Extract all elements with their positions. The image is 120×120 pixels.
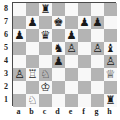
square-b8[interactable] — [26, 3, 39, 16]
square-f3[interactable] — [78, 68, 91, 81]
square-e4[interactable] — [65, 55, 78, 68]
file-label-g: g — [90, 106, 103, 118]
square-e5[interactable]: ♙ — [65, 42, 78, 55]
file-label-d: d — [51, 106, 64, 118]
square-d8[interactable] — [52, 3, 65, 16]
square-a7[interactable] — [13, 16, 26, 29]
black-pawn-f7: ♟ — [79, 16, 89, 29]
square-a8[interactable] — [13, 3, 26, 16]
file-label-b: b — [25, 106, 38, 118]
square-a5[interactable] — [13, 42, 26, 55]
square-f4[interactable] — [78, 55, 91, 68]
square-f5[interactable] — [78, 42, 91, 55]
black-pawn-d4: ♟ — [53, 55, 63, 68]
black-queen-c6: ♛ — [40, 29, 50, 42]
rank-label-1: 1 — [0, 93, 12, 106]
square-a6[interactable]: ♟ — [13, 29, 26, 42]
square-g4[interactable] — [91, 55, 104, 68]
square-a3[interactable]: ♙ — [13, 68, 26, 81]
file-label-a: a — [12, 106, 25, 118]
black-pawn-g7: ♟ — [92, 16, 102, 29]
square-g2[interactable] — [91, 81, 104, 94]
black-knight-d5: ♞ — [53, 42, 63, 55]
rank-label-6: 6 — [0, 28, 12, 41]
rank-label-5: 5 — [0, 41, 12, 54]
black-rook-c8: ♜ — [40, 3, 50, 16]
square-e8[interactable] — [65, 3, 78, 16]
black-bishop-h5: ♝ — [105, 42, 115, 55]
square-d5[interactable]: ♞ — [52, 42, 65, 55]
square-d2[interactable] — [52, 81, 65, 94]
square-h4[interactable]: ♙ — [104, 55, 117, 68]
rank-label-2: 2 — [0, 80, 12, 93]
square-b5[interactable] — [26, 42, 39, 55]
white-queen-h3: ♕ — [105, 68, 115, 81]
square-c8[interactable]: ♜ — [39, 3, 52, 16]
square-b3[interactable]: ♖ — [26, 68, 39, 81]
square-g6[interactable] — [91, 29, 104, 42]
square-b6[interactable] — [26, 29, 39, 42]
white-king-c2: ♔ — [40, 81, 50, 94]
white-pawn-a3: ♙ — [14, 68, 24, 81]
square-h5[interactable]: ♝ — [104, 42, 117, 55]
square-d7[interactable]: ♚ — [52, 16, 65, 29]
square-f8[interactable] — [78, 3, 91, 16]
square-c7[interactable] — [39, 16, 52, 29]
square-a4[interactable] — [13, 55, 26, 68]
square-h2[interactable] — [104, 81, 117, 94]
white-pawn-g5: ♙ — [92, 42, 102, 55]
square-f6[interactable] — [78, 29, 91, 42]
square-d6[interactable] — [52, 29, 65, 42]
square-c4[interactable] — [39, 55, 52, 68]
square-c5[interactable] — [39, 42, 52, 55]
square-h8[interactable] — [104, 3, 117, 16]
file-label-c: c — [38, 106, 51, 118]
square-h6[interactable] — [104, 29, 117, 42]
square-h7[interactable] — [104, 16, 117, 29]
rank-label-4: 4 — [0, 54, 12, 67]
square-b4[interactable] — [26, 55, 39, 68]
square-f2[interactable] — [78, 81, 91, 94]
rank-label-3: 3 — [0, 67, 12, 80]
square-c3[interactable]: ♘ — [39, 68, 52, 81]
chess-board: ♜♟♚♟♟♟♛♟♞♙♙♝♟♙♙♖♘♕♔♘♜ — [12, 2, 116, 106]
file-label-h: h — [103, 106, 116, 118]
black-king-d7: ♚ — [53, 16, 63, 29]
square-g8[interactable] — [91, 3, 104, 16]
square-c2[interactable]: ♔ — [39, 81, 52, 94]
square-e3[interactable] — [65, 68, 78, 81]
square-f7[interactable]: ♟ — [78, 16, 91, 29]
square-e7[interactable] — [65, 16, 78, 29]
file-label-e: e — [64, 106, 77, 118]
square-d4[interactable]: ♟ — [52, 55, 65, 68]
rank-labels: 87654321 — [0, 2, 12, 106]
square-h3[interactable]: ♕ — [104, 68, 117, 81]
white-rook-b3: ♖ — [27, 68, 37, 81]
square-e2[interactable] — [65, 81, 78, 94]
rank-label-8: 8 — [0, 2, 12, 15]
black-pawn-a6: ♟ — [14, 29, 24, 42]
square-g7[interactable]: ♟ — [91, 16, 104, 29]
white-pawn-e5: ♙ — [66, 42, 76, 55]
file-label-f: f — [77, 106, 90, 118]
square-a2[interactable] — [13, 81, 26, 94]
rank-label-7: 7 — [0, 15, 12, 28]
square-d3[interactable] — [52, 68, 65, 81]
square-e6[interactable]: ♟ — [65, 29, 78, 42]
white-pawn-h4: ♙ — [105, 55, 115, 68]
chess-diagram: 87654321 ♜♟♚♟♟♟♛♟♞♙♙♝♟♙♙♖♘♕♔♘♜ abcdefgh — [0, 0, 120, 120]
white-knight-c3: ♘ — [40, 68, 50, 81]
square-b7[interactable]: ♟ — [26, 16, 39, 29]
square-g3[interactable] — [91, 68, 104, 81]
black-pawn-b7: ♟ — [27, 16, 37, 29]
file-labels: abcdefgh — [12, 106, 116, 118]
square-g5[interactable]: ♙ — [91, 42, 104, 55]
square-c6[interactable]: ♛ — [39, 29, 52, 42]
square-b2[interactable] — [26, 81, 39, 94]
black-pawn-e6: ♟ — [66, 29, 76, 42]
